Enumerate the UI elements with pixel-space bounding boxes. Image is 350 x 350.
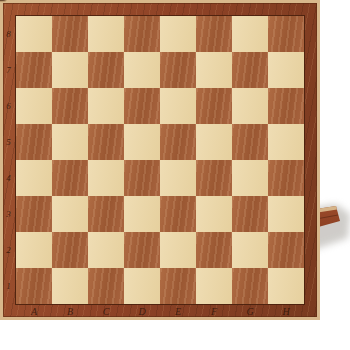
square-b7 <box>52 52 88 88</box>
square-b5 <box>52 124 88 160</box>
rank-label: 6 <box>2 88 15 124</box>
square-g6 <box>232 88 268 124</box>
file-label: D <box>124 305 160 318</box>
square-e6 <box>160 88 196 124</box>
square-e4 <box>160 160 196 196</box>
square-f5 <box>196 124 232 160</box>
square-b4 <box>52 160 88 196</box>
square-f8 <box>196 16 232 52</box>
file-label: E <box>160 305 196 318</box>
rank-label: 5 <box>2 124 15 160</box>
square-g8 <box>232 16 268 52</box>
rank-label: 8 <box>2 16 15 52</box>
square-a5 <box>16 124 52 160</box>
square-f2 <box>196 232 232 268</box>
square-d1 <box>124 268 160 304</box>
square-h5 <box>268 124 304 160</box>
square-d3 <box>124 196 160 232</box>
square-f4 <box>196 160 232 196</box>
square-a2 <box>16 232 52 268</box>
square-c5 <box>88 124 124 160</box>
square-b8 <box>52 16 88 52</box>
file-label: C <box>88 305 124 318</box>
square-g2 <box>232 232 268 268</box>
rank-label: 7 <box>2 52 15 88</box>
square-e3 <box>160 196 196 232</box>
square-e2 <box>160 232 196 268</box>
square-b6 <box>52 88 88 124</box>
file-label: A <box>16 305 52 318</box>
square-c8 <box>88 16 124 52</box>
square-d6 <box>124 88 160 124</box>
square-g5 <box>232 124 268 160</box>
square-a7 <box>16 52 52 88</box>
square-d4 <box>124 160 160 196</box>
square-d7 <box>124 52 160 88</box>
rank-label: 2 <box>2 232 15 268</box>
file-label: G <box>232 305 268 318</box>
square-f6 <box>196 88 232 124</box>
file-label: B <box>52 305 88 318</box>
file-label: F <box>196 305 232 318</box>
board-grid <box>16 16 304 304</box>
square-h8 <box>268 16 304 52</box>
rank-label: 4 <box>2 160 15 196</box>
square-f3 <box>196 196 232 232</box>
square-h6 <box>268 88 304 124</box>
square-g1 <box>232 268 268 304</box>
square-a3 <box>16 196 52 232</box>
square-d5 <box>124 124 160 160</box>
square-b1 <box>52 268 88 304</box>
square-c4 <box>88 160 124 196</box>
square-h4 <box>268 160 304 196</box>
square-h2 <box>268 232 304 268</box>
square-c2 <box>88 232 124 268</box>
photo-stage: ABCDEFGH87654321 ♜♞♝♚♛♝♞♜♟♟♟♟♟♟♟♟♟♟♟♟♟♟♟… <box>0 0 350 350</box>
square-g7 <box>232 52 268 88</box>
square-c7 <box>88 52 124 88</box>
square-c6 <box>88 88 124 124</box>
square-g3 <box>232 196 268 232</box>
square-e5 <box>160 124 196 160</box>
square-e7 <box>160 52 196 88</box>
square-e1 <box>160 268 196 304</box>
square-a6 <box>16 88 52 124</box>
square-g4 <box>232 160 268 196</box>
square-d8 <box>124 16 160 52</box>
square-h1 <box>268 268 304 304</box>
square-f1 <box>196 268 232 304</box>
square-c1 <box>88 268 124 304</box>
square-h3 <box>268 196 304 232</box>
square-c3 <box>88 196 124 232</box>
square-h7 <box>268 52 304 88</box>
chess-board: ABCDEFGH87654321 <box>0 0 320 320</box>
square-d2 <box>124 232 160 268</box>
square-b3 <box>52 196 88 232</box>
file-label: H <box>268 305 304 318</box>
square-f7 <box>196 52 232 88</box>
rank-label: 3 <box>2 196 15 232</box>
square-b2 <box>52 232 88 268</box>
rank-label: 1 <box>2 268 15 304</box>
square-e8 <box>160 16 196 52</box>
square-a4 <box>16 160 52 196</box>
square-a8 <box>16 16 52 52</box>
square-a1 <box>16 268 52 304</box>
